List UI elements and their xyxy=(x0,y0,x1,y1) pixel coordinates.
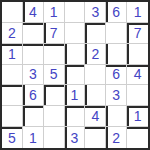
cell-r5c6[interactable]: 3 xyxy=(106,85,127,106)
given-digit: 2 xyxy=(8,26,16,40)
given-digit: 1 xyxy=(71,88,79,102)
cell-r6c5[interactable]: 4 xyxy=(85,106,106,127)
cell-r1c5[interactable]: 3 xyxy=(85,2,106,23)
cell-r3c7[interactable] xyxy=(127,44,148,65)
cell-r1c4[interactable] xyxy=(65,2,86,23)
cell-r4c3[interactable]: 5 xyxy=(44,65,65,86)
cell-r1c6[interactable]: 6 xyxy=(106,2,127,23)
given-digit: 3 xyxy=(71,131,79,145)
cell-r5c4[interactable]: 1 xyxy=(65,85,86,106)
cell-r5c3[interactable] xyxy=(44,85,65,106)
cell-r6c2[interactable] xyxy=(23,106,44,127)
cell-r6c7[interactable]: 1 xyxy=(127,106,148,127)
cell-r4c2[interactable]: 3 xyxy=(23,65,44,86)
cell-r2c2[interactable] xyxy=(23,23,44,44)
given-digit: 4 xyxy=(29,5,37,19)
given-digit: 1 xyxy=(134,109,142,123)
given-digit: 1 xyxy=(134,5,142,19)
cell-r3c6[interactable] xyxy=(106,44,127,65)
given-digit: 1 xyxy=(50,5,58,19)
cell-r1c7[interactable]: 1 xyxy=(127,2,148,23)
cell-r2c4[interactable] xyxy=(65,23,86,44)
cell-r7c5[interactable] xyxy=(85,127,106,148)
cell-r6c3[interactable] xyxy=(44,106,65,127)
cell-r3c2[interactable] xyxy=(23,44,44,65)
cell-r5c7[interactable] xyxy=(127,85,148,106)
cell-r7c3[interactable] xyxy=(44,127,65,148)
cell-r7c6[interactable]: 2 xyxy=(106,127,127,148)
cell-r1c2[interactable]: 4 xyxy=(23,2,44,23)
given-digit: 2 xyxy=(91,47,99,61)
cell-r6c4[interactable] xyxy=(65,106,86,127)
cell-r4c6[interactable]: 6 xyxy=(106,65,127,86)
cell-r7c2[interactable]: 1 xyxy=(23,127,44,148)
cell-r2c3[interactable]: 7 xyxy=(44,23,65,44)
cell-r3c1[interactable]: 1 xyxy=(2,44,23,65)
cell-r2c7[interactable]: 7 xyxy=(127,23,148,44)
given-digit: 6 xyxy=(112,67,120,81)
cell-r5c1[interactable] xyxy=(2,85,23,106)
cell-r6c1[interactable] xyxy=(2,106,23,127)
given-digit: 1 xyxy=(29,131,37,145)
cell-r7c7[interactable] xyxy=(127,127,148,148)
cell-r2c6[interactable] xyxy=(106,23,127,44)
cell-r2c1[interactable]: 2 xyxy=(2,23,23,44)
cell-r3c5[interactable]: 2 xyxy=(85,44,106,65)
cell-r4c5[interactable] xyxy=(85,65,106,86)
given-digit: 2 xyxy=(112,131,120,145)
cell-r3c4[interactable] xyxy=(65,44,86,65)
cell-r4c4[interactable] xyxy=(65,65,86,86)
cell-r7c4[interactable]: 3 xyxy=(65,127,86,148)
given-digit: 6 xyxy=(112,5,120,19)
sudoku-grid: 41361277123564613415132 xyxy=(0,0,150,150)
cell-r5c5[interactable] xyxy=(85,85,106,106)
cell-r1c3[interactable]: 1 xyxy=(44,2,65,23)
given-digit: 3 xyxy=(29,67,37,81)
cell-r6c6[interactable] xyxy=(106,106,127,127)
given-digit: 4 xyxy=(91,109,99,123)
given-digit: 5 xyxy=(50,67,58,81)
given-digit: 5 xyxy=(8,131,16,145)
cell-r5c2[interactable]: 6 xyxy=(23,85,44,106)
given-digit: 6 xyxy=(29,88,37,102)
given-digit: 7 xyxy=(50,26,58,40)
cell-r4c1[interactable] xyxy=(2,65,23,86)
given-digit: 1 xyxy=(8,47,16,61)
given-digit: 7 xyxy=(134,26,142,40)
given-digit: 3 xyxy=(91,5,99,19)
cell-r7c1[interactable]: 5 xyxy=(2,127,23,148)
cell-r2c5[interactable] xyxy=(85,23,106,44)
given-digit: 3 xyxy=(112,88,120,102)
cell-r3c3[interactable] xyxy=(44,44,65,65)
given-digit: 4 xyxy=(134,67,142,81)
cell-r4c7[interactable]: 4 xyxy=(127,65,148,86)
cell-r1c1[interactable] xyxy=(2,2,23,23)
